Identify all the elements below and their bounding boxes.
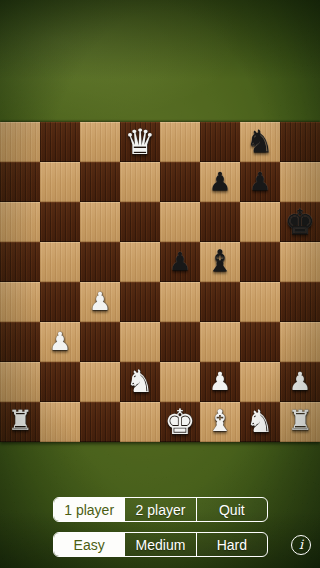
white-bishop-piece[interactable]: ♝ (207, 406, 234, 436)
board-square-b3[interactable]: ♟ (40, 322, 80, 362)
board-square-g8[interactable]: ♞ (240, 122, 280, 162)
board-square-f4[interactable] (200, 282, 240, 322)
board-square-h4[interactable] (280, 282, 320, 322)
1-player-button[interactable]: 1 player (54, 498, 125, 521)
black-pawn-piece[interactable]: ♟ (169, 249, 191, 274)
board-square-a7[interactable] (0, 162, 40, 202)
board-square-e6[interactable] (160, 202, 200, 242)
board-square-b8[interactable] (40, 122, 80, 162)
board-square-g4[interactable] (240, 282, 280, 322)
board-square-h5[interactable] (280, 242, 320, 282)
board-square-e3[interactable] (160, 322, 200, 362)
board-square-d8[interactable]: ♛ (120, 122, 160, 162)
board-square-d4[interactable] (120, 282, 160, 322)
white-pawn-piece[interactable]: ♟ (49, 329, 71, 354)
black-pawn-piece[interactable]: ♟ (249, 169, 271, 194)
board-square-h8[interactable] (280, 122, 320, 162)
board-square-h1[interactable]: ♜ (280, 402, 320, 442)
board-square-f3[interactable] (200, 322, 240, 362)
board-square-f2[interactable]: ♟ (200, 362, 240, 402)
white-king-piece[interactable]: ♚ (164, 404, 195, 439)
board-square-h7[interactable] (280, 162, 320, 202)
board-square-f1[interactable]: ♝ (200, 402, 240, 442)
board-square-g3[interactable] (240, 322, 280, 362)
board-square-d2[interactable]: ♞ (120, 362, 160, 402)
board-square-h3[interactable] (280, 322, 320, 362)
board-square-d7[interactable] (120, 162, 160, 202)
white-knight-piece[interactable]: ♞ (126, 366, 154, 397)
black-bishop-piece[interactable]: ♝ (207, 246, 234, 276)
board-square-c2[interactable] (80, 362, 120, 402)
white-queen-piece[interactable]: ♛ (124, 124, 155, 159)
info-icon: i (299, 538, 303, 551)
board-square-g5[interactable] (240, 242, 280, 282)
app-screen: ♛♞♟♟♚♟♝♟♟♞♟♟♜♚♝♞♜ 1 player2 playerQuit E… (0, 0, 320, 568)
white-pawn-piece[interactable]: ♟ (89, 289, 111, 314)
board-square-b1[interactable] (40, 402, 80, 442)
board-square-e7[interactable] (160, 162, 200, 202)
info-button[interactable]: i (291, 535, 311, 555)
white-rook-piece[interactable]: ♜ (287, 407, 312, 435)
2-player-button[interactable]: 2 player (125, 498, 196, 521)
board-square-d1[interactable] (120, 402, 160, 442)
board-square-e2[interactable] (160, 362, 200, 402)
board-square-f8[interactable] (200, 122, 240, 162)
board-square-a2[interactable] (0, 362, 40, 402)
board-square-c7[interactable] (80, 162, 120, 202)
medium-button[interactable]: Medium (125, 533, 196, 556)
board-square-d5[interactable] (120, 242, 160, 282)
board-square-g1[interactable]: ♞ (240, 402, 280, 442)
board-square-e8[interactable] (160, 122, 200, 162)
easy-button[interactable]: Easy (54, 533, 125, 556)
white-rook-piece[interactable]: ♜ (7, 407, 32, 435)
board-square-b7[interactable] (40, 162, 80, 202)
board-square-c3[interactable] (80, 322, 120, 362)
black-knight-piece[interactable]: ♞ (246, 126, 274, 157)
board-square-c4[interactable]: ♟ (80, 282, 120, 322)
board-square-d3[interactable] (120, 322, 160, 362)
board-square-d6[interactable] (120, 202, 160, 242)
white-pawn-piece[interactable]: ♟ (289, 369, 311, 394)
board-square-h2[interactable]: ♟ (280, 362, 320, 402)
board-square-h6[interactable]: ♚ (280, 202, 320, 242)
board-square-a8[interactable] (0, 122, 40, 162)
board-square-b2[interactable] (40, 362, 80, 402)
board-square-e4[interactable] (160, 282, 200, 322)
board-square-a1[interactable]: ♜ (0, 402, 40, 442)
black-king-piece[interactable]: ♚ (284, 204, 315, 239)
board-square-a5[interactable] (0, 242, 40, 282)
white-pawn-piece[interactable]: ♟ (209, 369, 231, 394)
board-square-c1[interactable] (80, 402, 120, 442)
board-square-b6[interactable] (40, 202, 80, 242)
board-square-a3[interactable] (0, 322, 40, 362)
board-square-g7[interactable]: ♟ (240, 162, 280, 202)
black-pawn-piece[interactable]: ♟ (209, 169, 231, 194)
board-square-c5[interactable] (80, 242, 120, 282)
board-square-c6[interactable] (80, 202, 120, 242)
board-square-g2[interactable] (240, 362, 280, 402)
board-square-g6[interactable] (240, 202, 280, 242)
quit-button[interactable]: Quit (197, 498, 267, 521)
white-knight-piece[interactable]: ♞ (246, 406, 274, 437)
board-square-e1[interactable]: ♚ (160, 402, 200, 442)
board-square-f7[interactable]: ♟ (200, 162, 240, 202)
player-mode-control: 1 player2 playerQuit (53, 497, 268, 522)
board-square-b4[interactable] (40, 282, 80, 322)
hard-button[interactable]: Hard (197, 533, 267, 556)
board-square-c8[interactable] (80, 122, 120, 162)
board-square-a6[interactable] (0, 202, 40, 242)
board-square-b5[interactable] (40, 242, 80, 282)
board-square-a4[interactable] (0, 282, 40, 322)
board-square-e5[interactable]: ♟ (160, 242, 200, 282)
chess-board[interactable]: ♛♞♟♟♚♟♝♟♟♞♟♟♜♚♝♞♜ (0, 122, 320, 442)
board-square-f5[interactable]: ♝ (200, 242, 240, 282)
difficulty-control: EasyMediumHard (53, 532, 268, 557)
board-square-f6[interactable] (200, 202, 240, 242)
